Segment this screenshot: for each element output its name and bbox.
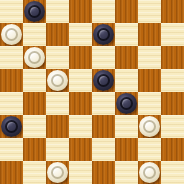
square-b2[interactable]: [23, 138, 46, 161]
square-f4[interactable]: [115, 92, 138, 115]
square-d1: [69, 161, 92, 184]
square-b4[interactable]: [23, 92, 46, 115]
black-man-f4[interactable]: [116, 93, 137, 114]
square-h8[interactable]: [161, 0, 184, 23]
square-a8: [0, 0, 23, 23]
white-man-g3[interactable]: [139, 116, 160, 137]
square-b6[interactable]: [23, 46, 46, 69]
square-e2: [92, 138, 115, 161]
square-e7[interactable]: [92, 23, 115, 46]
square-g4: [138, 92, 161, 115]
square-a2: [0, 138, 23, 161]
square-c5[interactable]: [46, 69, 69, 92]
square-d3: [69, 115, 92, 138]
square-h5: [161, 69, 184, 92]
square-f7: [115, 23, 138, 46]
white-man-a7[interactable]: [1, 24, 22, 45]
square-h4[interactable]: [161, 92, 184, 115]
square-e5[interactable]: [92, 69, 115, 92]
square-g6: [138, 46, 161, 69]
square-a5[interactable]: [0, 69, 23, 92]
square-b3: [23, 115, 46, 138]
square-d4[interactable]: [69, 92, 92, 115]
square-f3: [115, 115, 138, 138]
square-e3[interactable]: [92, 115, 115, 138]
square-g3[interactable]: [138, 115, 161, 138]
white-man-g1[interactable]: [139, 162, 160, 183]
square-f1: [115, 161, 138, 184]
square-g8: [138, 0, 161, 23]
square-f2[interactable]: [115, 138, 138, 161]
square-b8[interactable]: [23, 0, 46, 23]
white-man-b6[interactable]: [24, 47, 45, 68]
square-g5[interactable]: [138, 69, 161, 92]
square-f6[interactable]: [115, 46, 138, 69]
checkers-board: [0, 0, 184, 184]
square-g7[interactable]: [138, 23, 161, 46]
square-c2: [46, 138, 69, 161]
square-g1[interactable]: [138, 161, 161, 184]
square-b5: [23, 69, 46, 92]
black-man-a3[interactable]: [1, 116, 22, 137]
square-a7[interactable]: [0, 23, 23, 46]
square-e1[interactable]: [92, 161, 115, 184]
square-e6: [92, 46, 115, 69]
square-a4: [0, 92, 23, 115]
square-c8: [46, 0, 69, 23]
square-h1: [161, 161, 184, 184]
square-a3[interactable]: [0, 115, 23, 138]
square-h3: [161, 115, 184, 138]
white-man-c5[interactable]: [47, 70, 68, 91]
black-man-b8[interactable]: [24, 1, 45, 22]
square-c3[interactable]: [46, 115, 69, 138]
square-c6: [46, 46, 69, 69]
black-man-e7[interactable]: [93, 24, 114, 45]
square-d6[interactable]: [69, 46, 92, 69]
square-a6: [0, 46, 23, 69]
square-d7: [69, 23, 92, 46]
square-b1: [23, 161, 46, 184]
square-c1[interactable]: [46, 161, 69, 184]
square-a1[interactable]: [0, 161, 23, 184]
square-h7: [161, 23, 184, 46]
square-h2[interactable]: [161, 138, 184, 161]
square-c7[interactable]: [46, 23, 69, 46]
square-d5: [69, 69, 92, 92]
square-e4: [92, 92, 115, 115]
square-b7: [23, 23, 46, 46]
square-g2: [138, 138, 161, 161]
square-f8[interactable]: [115, 0, 138, 23]
white-man-c1[interactable]: [47, 162, 68, 183]
square-d2[interactable]: [69, 138, 92, 161]
black-man-e5[interactable]: [93, 70, 114, 91]
square-c4: [46, 92, 69, 115]
square-d8[interactable]: [69, 0, 92, 23]
square-e8: [92, 0, 115, 23]
square-h6[interactable]: [161, 46, 184, 69]
square-f5: [115, 69, 138, 92]
